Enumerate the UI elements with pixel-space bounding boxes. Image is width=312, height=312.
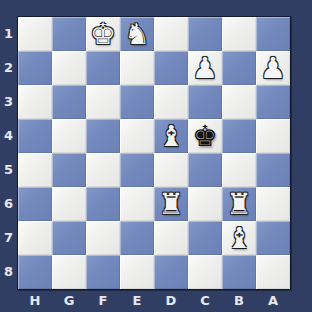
square-e6[interactable] xyxy=(120,187,154,221)
square-g4[interactable] xyxy=(52,119,86,153)
square-b3[interactable] xyxy=(222,85,256,119)
square-b5[interactable] xyxy=(222,153,256,187)
piece-white-knight-e1[interactable]: ♞ xyxy=(124,17,150,51)
square-f6[interactable] xyxy=(86,187,120,221)
file-labels: HGFEDCBA xyxy=(18,290,290,312)
file-label-f: F xyxy=(86,290,120,312)
square-b6[interactable]: ♜ xyxy=(222,187,256,221)
file-label-a: A xyxy=(256,290,290,312)
square-g8[interactable] xyxy=(52,255,86,289)
square-h1[interactable] xyxy=(18,17,52,51)
piece-white-rook-b6[interactable]: ♜ xyxy=(226,187,252,221)
piece-white-bishop-d4[interactable]: ♝ xyxy=(158,119,184,153)
file-label-e: E xyxy=(120,290,154,312)
square-d1[interactable] xyxy=(154,17,188,51)
square-b2[interactable] xyxy=(222,51,256,85)
square-a5[interactable] xyxy=(256,153,290,187)
file-label-b: B xyxy=(222,290,256,312)
square-c4[interactable]: ♚ xyxy=(188,119,222,153)
chess-diagram: 12345678 ♚♞♟♟♝♚♜♜♝ HGFEDCBA xyxy=(0,0,312,312)
square-h2[interactable] xyxy=(18,51,52,85)
rank-label-2: 2 xyxy=(0,51,17,85)
square-b7[interactable]: ♝ xyxy=(222,221,256,255)
chess-board: ♚♞♟♟♝♚♜♜♝ xyxy=(17,16,291,290)
square-c5[interactable] xyxy=(188,153,222,187)
square-h5[interactable] xyxy=(18,153,52,187)
rank-label-6: 6 xyxy=(0,187,17,221)
rank-label-8: 8 xyxy=(0,255,17,289)
square-d3[interactable] xyxy=(154,85,188,119)
rank-label-1: 1 xyxy=(0,17,17,51)
square-e3[interactable] xyxy=(120,85,154,119)
square-a3[interactable] xyxy=(256,85,290,119)
square-g3[interactable] xyxy=(52,85,86,119)
square-c2[interactable]: ♟ xyxy=(188,51,222,85)
square-g7[interactable] xyxy=(52,221,86,255)
square-a6[interactable] xyxy=(256,187,290,221)
square-b1[interactable] xyxy=(222,17,256,51)
rank-label-5: 5 xyxy=(0,153,17,187)
piece-white-rook-d6[interactable]: ♜ xyxy=(158,187,184,221)
square-f4[interactable] xyxy=(86,119,120,153)
square-h8[interactable] xyxy=(18,255,52,289)
square-f1[interactable]: ♚ xyxy=(86,17,120,51)
square-h7[interactable] xyxy=(18,221,52,255)
piece-white-pawn-a2[interactable]: ♟ xyxy=(260,51,286,85)
rank-labels: 12345678 xyxy=(0,17,17,289)
square-d5[interactable] xyxy=(154,153,188,187)
square-f3[interactable] xyxy=(86,85,120,119)
square-a2[interactable]: ♟ xyxy=(256,51,290,85)
square-a4[interactable] xyxy=(256,119,290,153)
file-label-h: H xyxy=(18,290,52,312)
square-d2[interactable] xyxy=(154,51,188,85)
piece-white-king-f1[interactable]: ♚ xyxy=(90,17,116,51)
square-g1[interactable] xyxy=(52,17,86,51)
square-e4[interactable] xyxy=(120,119,154,153)
square-d8[interactable] xyxy=(154,255,188,289)
square-c1[interactable] xyxy=(188,17,222,51)
square-g6[interactable] xyxy=(52,187,86,221)
square-d6[interactable]: ♜ xyxy=(154,187,188,221)
square-c3[interactable] xyxy=(188,85,222,119)
piece-white-pawn-c2[interactable]: ♟ xyxy=(192,51,218,85)
square-e8[interactable] xyxy=(120,255,154,289)
square-d4[interactable]: ♝ xyxy=(154,119,188,153)
square-a7[interactable] xyxy=(256,221,290,255)
square-b8[interactable] xyxy=(222,255,256,289)
file-label-d: D xyxy=(154,290,188,312)
square-e5[interactable] xyxy=(120,153,154,187)
rank-label-3: 3 xyxy=(0,85,17,119)
piece-white-bishop-b7[interactable]: ♝ xyxy=(226,221,252,255)
square-a8[interactable] xyxy=(256,255,290,289)
piece-black-king-c4[interactable]: ♚ xyxy=(192,119,218,153)
square-c7[interactable] xyxy=(188,221,222,255)
file-label-g: G xyxy=(52,290,86,312)
square-h6[interactable] xyxy=(18,187,52,221)
square-f8[interactable] xyxy=(86,255,120,289)
rank-label-4: 4 xyxy=(0,119,17,153)
square-e7[interactable] xyxy=(120,221,154,255)
square-g5[interactable] xyxy=(52,153,86,187)
square-g2[interactable] xyxy=(52,51,86,85)
square-a1[interactable] xyxy=(256,17,290,51)
square-d7[interactable] xyxy=(154,221,188,255)
square-c6[interactable] xyxy=(188,187,222,221)
square-b4[interactable] xyxy=(222,119,256,153)
square-h4[interactable] xyxy=(18,119,52,153)
rank-label-7: 7 xyxy=(0,221,17,255)
square-f2[interactable] xyxy=(86,51,120,85)
square-f5[interactable] xyxy=(86,153,120,187)
square-e1[interactable]: ♞ xyxy=(120,17,154,51)
square-e2[interactable] xyxy=(120,51,154,85)
square-f7[interactable] xyxy=(86,221,120,255)
square-c8[interactable] xyxy=(188,255,222,289)
file-label-c: C xyxy=(188,290,222,312)
square-h3[interactable] xyxy=(18,85,52,119)
